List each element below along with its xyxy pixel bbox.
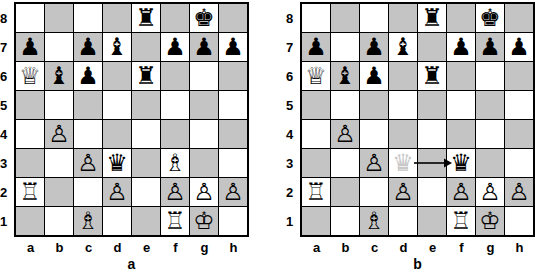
square-f4 bbox=[161, 120, 189, 148]
file-label-f: f bbox=[161, 238, 190, 256]
square-c1: ♗ bbox=[74, 207, 102, 235]
rank-label-3: 3 bbox=[0, 149, 14, 178]
square-f5 bbox=[161, 91, 189, 119]
piece-bP-c6: ♟ bbox=[77, 62, 99, 90]
square-e4 bbox=[132, 120, 160, 148]
rank-label-5: 5 bbox=[286, 91, 300, 120]
file-label-c: c bbox=[74, 238, 103, 256]
square-c4 bbox=[360, 120, 388, 148]
square-d3: ♛ bbox=[389, 149, 417, 177]
square-f4 bbox=[447, 120, 475, 148]
piece-bP-g7: ♟ bbox=[479, 33, 501, 61]
file-label-g: g bbox=[476, 238, 505, 256]
square-a8 bbox=[16, 4, 44, 32]
square-b8 bbox=[45, 4, 73, 32]
square-e1 bbox=[418, 207, 446, 235]
square-e6: ♜ bbox=[132, 62, 160, 90]
rank-label-2: 2 bbox=[286, 178, 300, 207]
square-b1 bbox=[331, 207, 359, 235]
file-labels-b: abcdefgh bbox=[300, 238, 535, 256]
square-c7: ♟ bbox=[74, 33, 102, 61]
piece-wQ-a6: ♕ bbox=[305, 62, 327, 90]
rank-label-1: 1 bbox=[0, 207, 14, 236]
square-f1: ♖ bbox=[161, 207, 189, 235]
rank-label-4: 4 bbox=[286, 120, 300, 149]
square-h5 bbox=[219, 91, 247, 119]
square-d7: ♝ bbox=[103, 33, 131, 61]
piece-wP-c3: ♙ bbox=[77, 149, 99, 177]
square-e2 bbox=[418, 178, 446, 206]
square-f1: ♖ bbox=[447, 207, 475, 235]
square-f6 bbox=[161, 62, 189, 90]
square-d1 bbox=[103, 207, 131, 235]
piece-bP-c7: ♟ bbox=[77, 33, 99, 61]
square-f7: ♟ bbox=[161, 33, 189, 61]
square-h3 bbox=[505, 149, 533, 177]
square-d2: ♙ bbox=[103, 178, 131, 206]
rank-label-6: 6 bbox=[286, 62, 300, 91]
square-h2: ♙ bbox=[505, 178, 533, 206]
square-b6: ♝ bbox=[331, 62, 359, 90]
piece-wP-f2: ♙ bbox=[164, 178, 186, 206]
rank-labels-b: 87654321 bbox=[286, 2, 300, 237]
square-g6 bbox=[476, 62, 504, 90]
square-c8 bbox=[74, 4, 102, 32]
piece-wK-g1: ♔ bbox=[193, 207, 215, 235]
piece-wB-f3: ♗ bbox=[164, 149, 186, 177]
file-label-a: a bbox=[16, 238, 45, 256]
square-d4 bbox=[103, 120, 131, 148]
piece-bP-f7: ♟ bbox=[450, 33, 472, 61]
square-f2: ♙ bbox=[161, 178, 189, 206]
piece-wR-a2: ♖ bbox=[305, 178, 327, 206]
square-e3 bbox=[132, 149, 160, 177]
rank-label-3: 3 bbox=[286, 149, 300, 178]
square-d1 bbox=[389, 207, 417, 235]
piece-wR-a2: ♖ bbox=[19, 178, 41, 206]
rank-label-4: 4 bbox=[0, 120, 14, 149]
piece-bP-g7: ♟ bbox=[193, 33, 215, 61]
ghost-queen-d3: ♛ bbox=[392, 149, 414, 177]
file-label-g: g bbox=[190, 238, 219, 256]
square-b3 bbox=[45, 149, 73, 177]
square-d5 bbox=[389, 91, 417, 119]
piece-wB-c1: ♗ bbox=[363, 207, 385, 235]
square-c3: ♙ bbox=[74, 149, 102, 177]
square-e5 bbox=[132, 91, 160, 119]
piece-wR-f1: ♖ bbox=[450, 207, 472, 235]
square-b4: ♙ bbox=[45, 120, 73, 148]
piece-wP-b4: ♙ bbox=[48, 120, 70, 148]
square-e4 bbox=[418, 120, 446, 148]
square-d5 bbox=[103, 91, 131, 119]
piece-wQ-a6: ♕ bbox=[19, 62, 41, 90]
piece-bP-a7: ♟ bbox=[305, 33, 327, 61]
square-c2 bbox=[74, 178, 102, 206]
rank-label-8: 8 bbox=[0, 4, 14, 33]
square-g1: ♔ bbox=[190, 207, 218, 235]
square-h5 bbox=[505, 91, 533, 119]
diagram-a: 87654321 ♜♚♟♟♝♟♟♟♕♝♟♜♙♙♛♗♖♙♙♙♙♗♖♔ abcdef… bbox=[0, 2, 249, 274]
file-label-h: h bbox=[219, 238, 248, 256]
square-b6: ♝ bbox=[45, 62, 73, 90]
file-label-c: c bbox=[360, 238, 389, 256]
rank-label-7: 7 bbox=[0, 33, 14, 62]
piece-bK-g8: ♚ bbox=[479, 4, 501, 32]
square-g5 bbox=[476, 91, 504, 119]
file-label-h: h bbox=[505, 238, 534, 256]
square-h6 bbox=[505, 62, 533, 90]
piece-bB-b6: ♝ bbox=[334, 62, 356, 90]
square-g5 bbox=[190, 91, 218, 119]
piece-wP-d2: ♙ bbox=[106, 178, 128, 206]
square-g3 bbox=[476, 149, 504, 177]
square-d2: ♙ bbox=[389, 178, 417, 206]
square-d6 bbox=[103, 62, 131, 90]
square-g4 bbox=[190, 120, 218, 148]
square-c6: ♟ bbox=[360, 62, 388, 90]
square-h8 bbox=[219, 4, 247, 32]
piece-wP-f2: ♙ bbox=[450, 178, 472, 206]
piece-wK-g1: ♔ bbox=[479, 207, 501, 235]
square-b5 bbox=[331, 91, 359, 119]
square-e7 bbox=[418, 33, 446, 61]
chess-diagrams: 87654321 ♜♚♟♟♝♟♟♟♕♝♟♜♙♙♛♗♖♙♙♙♙♗♖♔ abcdef… bbox=[0, 0, 535, 274]
piece-bB-b6: ♝ bbox=[48, 62, 70, 90]
piece-bP-a7: ♟ bbox=[19, 33, 41, 61]
diagram-b: 87654321 ♜♚♟♟♝♟♟♟♕♝♟♜♙♙♛♛♖♙♙♙♙♗♖♔ abcdef… bbox=[286, 2, 535, 274]
square-g2: ♙ bbox=[190, 178, 218, 206]
piece-bK-g8: ♚ bbox=[193, 4, 215, 32]
square-g4 bbox=[476, 120, 504, 148]
piece-bQ-d3: ♛ bbox=[106, 149, 128, 177]
piece-wR-f1: ♖ bbox=[164, 207, 186, 235]
square-h4 bbox=[219, 120, 247, 148]
piece-wP-g2: ♙ bbox=[479, 178, 501, 206]
square-h7: ♟ bbox=[219, 33, 247, 61]
piece-bP-h7: ♟ bbox=[222, 33, 244, 61]
square-h1 bbox=[219, 207, 247, 235]
square-a1 bbox=[302, 207, 330, 235]
square-a3 bbox=[16, 149, 44, 177]
piece-bP-c6: ♟ bbox=[363, 62, 385, 90]
square-a6: ♕ bbox=[302, 62, 330, 90]
square-b5 bbox=[45, 91, 73, 119]
square-a5 bbox=[16, 91, 44, 119]
piece-wP-c3: ♙ bbox=[363, 149, 385, 177]
piece-wP-g2: ♙ bbox=[193, 178, 215, 206]
square-e6: ♜ bbox=[418, 62, 446, 90]
piece-wP-h2: ♙ bbox=[222, 178, 244, 206]
square-c3: ♙ bbox=[360, 149, 388, 177]
piece-wB-c1: ♗ bbox=[77, 207, 99, 235]
square-b2 bbox=[45, 178, 73, 206]
square-a7: ♟ bbox=[16, 33, 44, 61]
square-h4 bbox=[505, 120, 533, 148]
file-label-d: d bbox=[389, 238, 418, 256]
file-label-e: e bbox=[132, 238, 161, 256]
rank-label-2: 2 bbox=[0, 178, 14, 207]
square-f5 bbox=[447, 91, 475, 119]
square-f7: ♟ bbox=[447, 33, 475, 61]
square-a1 bbox=[16, 207, 44, 235]
square-h7: ♟ bbox=[505, 33, 533, 61]
square-d7: ♝ bbox=[389, 33, 417, 61]
square-a2: ♖ bbox=[16, 178, 44, 206]
square-e3 bbox=[418, 149, 446, 177]
square-a3 bbox=[302, 149, 330, 177]
square-c7: ♟ bbox=[360, 33, 388, 61]
file-label-d: d bbox=[103, 238, 132, 256]
square-e8: ♜ bbox=[418, 4, 446, 32]
square-e1 bbox=[132, 207, 160, 235]
chess-board-b: ♜♚♟♟♝♟♟♟♕♝♟♜♙♙♛♛♖♙♙♙♙♗♖♔ bbox=[300, 2, 535, 237]
square-c8 bbox=[360, 4, 388, 32]
file-labels-a: abcdefgh bbox=[14, 238, 249, 256]
square-a2: ♖ bbox=[302, 178, 330, 206]
square-e2 bbox=[132, 178, 160, 206]
square-b4: ♙ bbox=[331, 120, 359, 148]
square-a5 bbox=[302, 91, 330, 119]
square-g6 bbox=[190, 62, 218, 90]
square-h3 bbox=[219, 149, 247, 177]
piece-wP-b4: ♙ bbox=[334, 120, 356, 148]
square-f3: ♗ bbox=[161, 149, 189, 177]
square-d6 bbox=[389, 62, 417, 90]
piece-bQ-f3: ♛ bbox=[450, 149, 472, 177]
square-e5 bbox=[418, 91, 446, 119]
piece-bP-c7: ♟ bbox=[363, 33, 385, 61]
piece-bB-d7: ♝ bbox=[106, 33, 128, 61]
square-b8 bbox=[331, 4, 359, 32]
square-g7: ♟ bbox=[190, 33, 218, 61]
square-b2 bbox=[331, 178, 359, 206]
square-a6: ♕ bbox=[16, 62, 44, 90]
rank-label-5: 5 bbox=[0, 91, 14, 120]
rank-label-1: 1 bbox=[286, 207, 300, 236]
board-label-b: b bbox=[300, 256, 535, 274]
square-c5 bbox=[74, 91, 102, 119]
square-b7 bbox=[331, 33, 359, 61]
square-f6 bbox=[447, 62, 475, 90]
chess-board-a: ♜♚♟♟♝♟♟♟♕♝♟♜♙♙♛♗♖♙♙♙♙♗♖♔ bbox=[14, 2, 249, 237]
square-h8 bbox=[505, 4, 533, 32]
square-b7 bbox=[45, 33, 73, 61]
square-d4 bbox=[389, 120, 417, 148]
file-label-b: b bbox=[331, 238, 360, 256]
square-g8: ♚ bbox=[476, 4, 504, 32]
square-f8 bbox=[161, 4, 189, 32]
file-label-b: b bbox=[45, 238, 74, 256]
rank-labels-a: 87654321 bbox=[0, 2, 14, 237]
piece-bB-d7: ♝ bbox=[392, 33, 414, 61]
rank-label-6: 6 bbox=[0, 62, 14, 91]
square-c2 bbox=[360, 178, 388, 206]
square-c1: ♗ bbox=[360, 207, 388, 235]
file-label-f: f bbox=[447, 238, 476, 256]
piece-wP-d2: ♙ bbox=[392, 178, 414, 206]
square-e7 bbox=[132, 33, 160, 61]
piece-wP-h2: ♙ bbox=[508, 178, 530, 206]
square-f8 bbox=[447, 4, 475, 32]
rank-label-8: 8 bbox=[286, 4, 300, 33]
square-g3 bbox=[190, 149, 218, 177]
square-g7: ♟ bbox=[476, 33, 504, 61]
square-a7: ♟ bbox=[302, 33, 330, 61]
square-b3 bbox=[331, 149, 359, 177]
square-e8: ♜ bbox=[132, 4, 160, 32]
file-label-a: a bbox=[302, 238, 331, 256]
square-a4 bbox=[16, 120, 44, 148]
square-a4 bbox=[302, 120, 330, 148]
rank-label-7: 7 bbox=[286, 33, 300, 62]
square-h2: ♙ bbox=[219, 178, 247, 206]
board-label-a: a bbox=[14, 256, 249, 274]
square-c5 bbox=[360, 91, 388, 119]
file-label-e: e bbox=[418, 238, 447, 256]
piece-bP-f7: ♟ bbox=[164, 33, 186, 61]
square-a8 bbox=[302, 4, 330, 32]
piece-bP-h7: ♟ bbox=[508, 33, 530, 61]
square-f2: ♙ bbox=[447, 178, 475, 206]
square-d8 bbox=[389, 4, 417, 32]
square-g1: ♔ bbox=[476, 207, 504, 235]
square-h6 bbox=[219, 62, 247, 90]
square-b1 bbox=[45, 207, 73, 235]
square-g2: ♙ bbox=[476, 178, 504, 206]
square-c6: ♟ bbox=[74, 62, 102, 90]
square-d8 bbox=[103, 4, 131, 32]
square-c4 bbox=[74, 120, 102, 148]
piece-bR-e8: ♜ bbox=[135, 4, 157, 32]
square-g8: ♚ bbox=[190, 4, 218, 32]
piece-bR-e6: ♜ bbox=[421, 62, 443, 90]
piece-bR-e8: ♜ bbox=[421, 4, 443, 32]
square-f3: ♛ bbox=[447, 149, 475, 177]
square-d3: ♛ bbox=[103, 149, 131, 177]
square-h1 bbox=[505, 207, 533, 235]
piece-bR-e6: ♜ bbox=[135, 62, 157, 90]
